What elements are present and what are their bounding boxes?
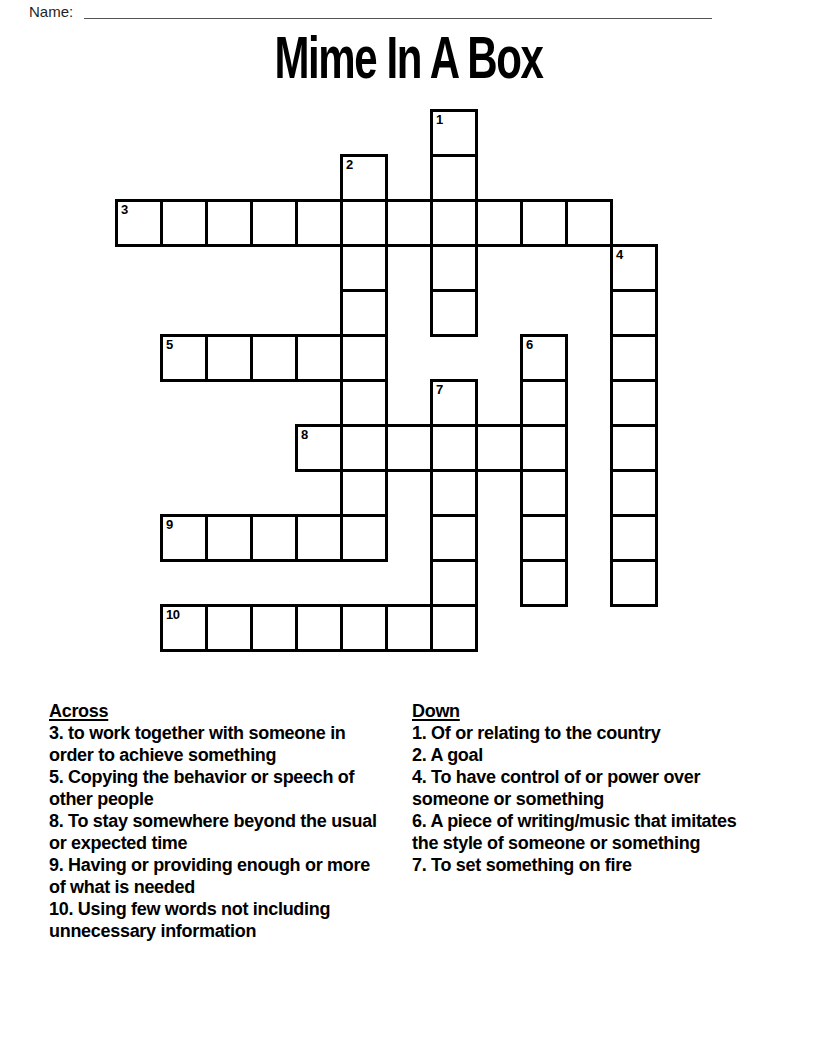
grid-cell-r7c4[interactable]: 8 bbox=[295, 424, 343, 472]
grid-cell-r11c6[interactable] bbox=[385, 604, 433, 652]
down-clue-2: 2. A goal bbox=[412, 744, 766, 766]
grid-cell-r9c5[interactable] bbox=[340, 514, 388, 562]
grid-cell-r5c1[interactable]: 5 bbox=[160, 334, 208, 382]
grid-cell-r3c5[interactable] bbox=[340, 244, 388, 292]
grid-cell-r11c1[interactable]: 10 bbox=[160, 604, 208, 652]
across-clue-9: 9. Having or providing enough or more of… bbox=[49, 854, 383, 898]
grid-cell-r7c6[interactable] bbox=[385, 424, 433, 472]
down-clue-4: 4. To have control of or power over some… bbox=[412, 766, 766, 810]
cell-number-6: 6 bbox=[526, 337, 533, 352]
grid-cell-r6c5[interactable] bbox=[340, 379, 388, 427]
grid-cell-r2c4[interactable] bbox=[295, 199, 343, 247]
grid-cell-r5c3[interactable] bbox=[250, 334, 298, 382]
grid-cell-r10c7[interactable] bbox=[430, 559, 478, 607]
grid-cell-r2c2[interactable] bbox=[205, 199, 253, 247]
page-title: Mime In A Box bbox=[0, 28, 816, 88]
grid-cell-r5c2[interactable] bbox=[205, 334, 253, 382]
cell-number-2: 2 bbox=[346, 157, 353, 172]
grid-cell-r2c8[interactable] bbox=[475, 199, 523, 247]
grid-cell-r7c5[interactable] bbox=[340, 424, 388, 472]
across-clue-list: 3. to work together with someone in orde… bbox=[49, 722, 383, 942]
across-clues-section: Across 3. to work together with someone … bbox=[49, 700, 383, 942]
grid-cell-r2c5[interactable] bbox=[340, 199, 388, 247]
cell-number-9: 9 bbox=[166, 517, 173, 532]
grid-cell-r11c4[interactable] bbox=[295, 604, 343, 652]
down-clue-6: 6. A piece of writing/music that imitate… bbox=[412, 810, 766, 854]
grid-cell-r7c7[interactable] bbox=[430, 424, 478, 472]
grid-cell-r2c7[interactable] bbox=[430, 199, 478, 247]
across-heading: Across bbox=[49, 700, 383, 722]
cell-number-7: 7 bbox=[436, 382, 443, 397]
grid-cell-r6c9[interactable] bbox=[520, 379, 568, 427]
down-clues-section: Down 1. Of or relating to the country2. … bbox=[412, 700, 766, 876]
cell-number-10: 10 bbox=[166, 607, 179, 622]
grid-cell-r2c10[interactable] bbox=[565, 199, 613, 247]
grid-cell-r9c9[interactable] bbox=[520, 514, 568, 562]
down-clue-1: 1. Of or relating to the country bbox=[412, 722, 766, 744]
grid-cell-r4c11[interactable] bbox=[610, 289, 658, 337]
name-input-line[interactable] bbox=[84, 2, 712, 19]
cell-number-8: 8 bbox=[301, 427, 308, 442]
grid-cell-r10c11[interactable] bbox=[610, 559, 658, 607]
cell-number-4: 4 bbox=[616, 247, 623, 262]
grid-cell-r9c7[interactable] bbox=[430, 514, 478, 562]
grid-cell-r3c7[interactable] bbox=[430, 244, 478, 292]
grid-cell-r9c2[interactable] bbox=[205, 514, 253, 562]
grid-cell-r0c7[interactable]: 1 bbox=[430, 109, 478, 157]
grid-cell-r2c3[interactable] bbox=[250, 199, 298, 247]
cell-number-3: 3 bbox=[121, 202, 128, 217]
grid-cell-r7c8[interactable] bbox=[475, 424, 523, 472]
grid-cell-r5c11[interactable] bbox=[610, 334, 658, 382]
grid-cell-r9c11[interactable] bbox=[610, 514, 658, 562]
down-heading: Down bbox=[412, 700, 766, 722]
grid-cell-r4c5[interactable] bbox=[340, 289, 388, 337]
grid-cell-r11c2[interactable] bbox=[205, 604, 253, 652]
grid-cell-r2c9[interactable] bbox=[520, 199, 568, 247]
grid-cell-r11c5[interactable] bbox=[340, 604, 388, 652]
grid-cell-r2c1[interactable] bbox=[160, 199, 208, 247]
name-label: Name: bbox=[29, 3, 73, 20]
across-clue-10: 10. Using few words not including unnece… bbox=[49, 898, 383, 942]
grid-cell-r5c4[interactable] bbox=[295, 334, 343, 382]
grid-cell-r8c7[interactable] bbox=[430, 469, 478, 517]
grid-cell-r2c0[interactable]: 3 bbox=[115, 199, 163, 247]
grid-cell-r6c11[interactable] bbox=[610, 379, 658, 427]
grid-cell-r6c7[interactable]: 7 bbox=[430, 379, 478, 427]
grid-cell-r7c11[interactable] bbox=[610, 424, 658, 472]
across-clue-8: 8. To stay somewhere beyond the usual or… bbox=[49, 810, 383, 854]
grid-cell-r8c9[interactable] bbox=[520, 469, 568, 517]
cell-number-5: 5 bbox=[166, 337, 173, 352]
grid-cell-r9c3[interactable] bbox=[250, 514, 298, 562]
grid-cell-r4c7[interactable] bbox=[430, 289, 478, 337]
page-title-text: Mime In A Box bbox=[274, 28, 542, 88]
grid-cell-r11c7[interactable] bbox=[430, 604, 478, 652]
across-clue-3: 3. to work together with someone in orde… bbox=[49, 722, 383, 766]
grid-cell-r5c5[interactable] bbox=[340, 334, 388, 382]
cell-number-1: 1 bbox=[436, 112, 443, 127]
down-clue-7: 7. To set something on fire bbox=[412, 854, 766, 876]
down-clue-list: 1. Of or relating to the country2. A goa… bbox=[412, 722, 766, 876]
grid-cell-r9c4[interactable] bbox=[295, 514, 343, 562]
grid-cell-r9c1[interactable]: 9 bbox=[160, 514, 208, 562]
crossword-grid: 12345678910 bbox=[115, 109, 658, 652]
grid-cell-r8c11[interactable] bbox=[610, 469, 658, 517]
grid-cell-r5c9[interactable]: 6 bbox=[520, 334, 568, 382]
grid-cell-r3c11[interactable]: 4 bbox=[610, 244, 658, 292]
grid-cell-r7c9[interactable] bbox=[520, 424, 568, 472]
across-clue-5: 5. Copying the behavior or speech of oth… bbox=[49, 766, 383, 810]
grid-cell-r2c6[interactable] bbox=[385, 199, 433, 247]
grid-cell-r8c5[interactable] bbox=[340, 469, 388, 517]
grid-cell-r1c7[interactable] bbox=[430, 154, 478, 202]
grid-cell-r11c3[interactable] bbox=[250, 604, 298, 652]
grid-cell-r10c9[interactable] bbox=[520, 559, 568, 607]
grid-cell-r1c5[interactable]: 2 bbox=[340, 154, 388, 202]
